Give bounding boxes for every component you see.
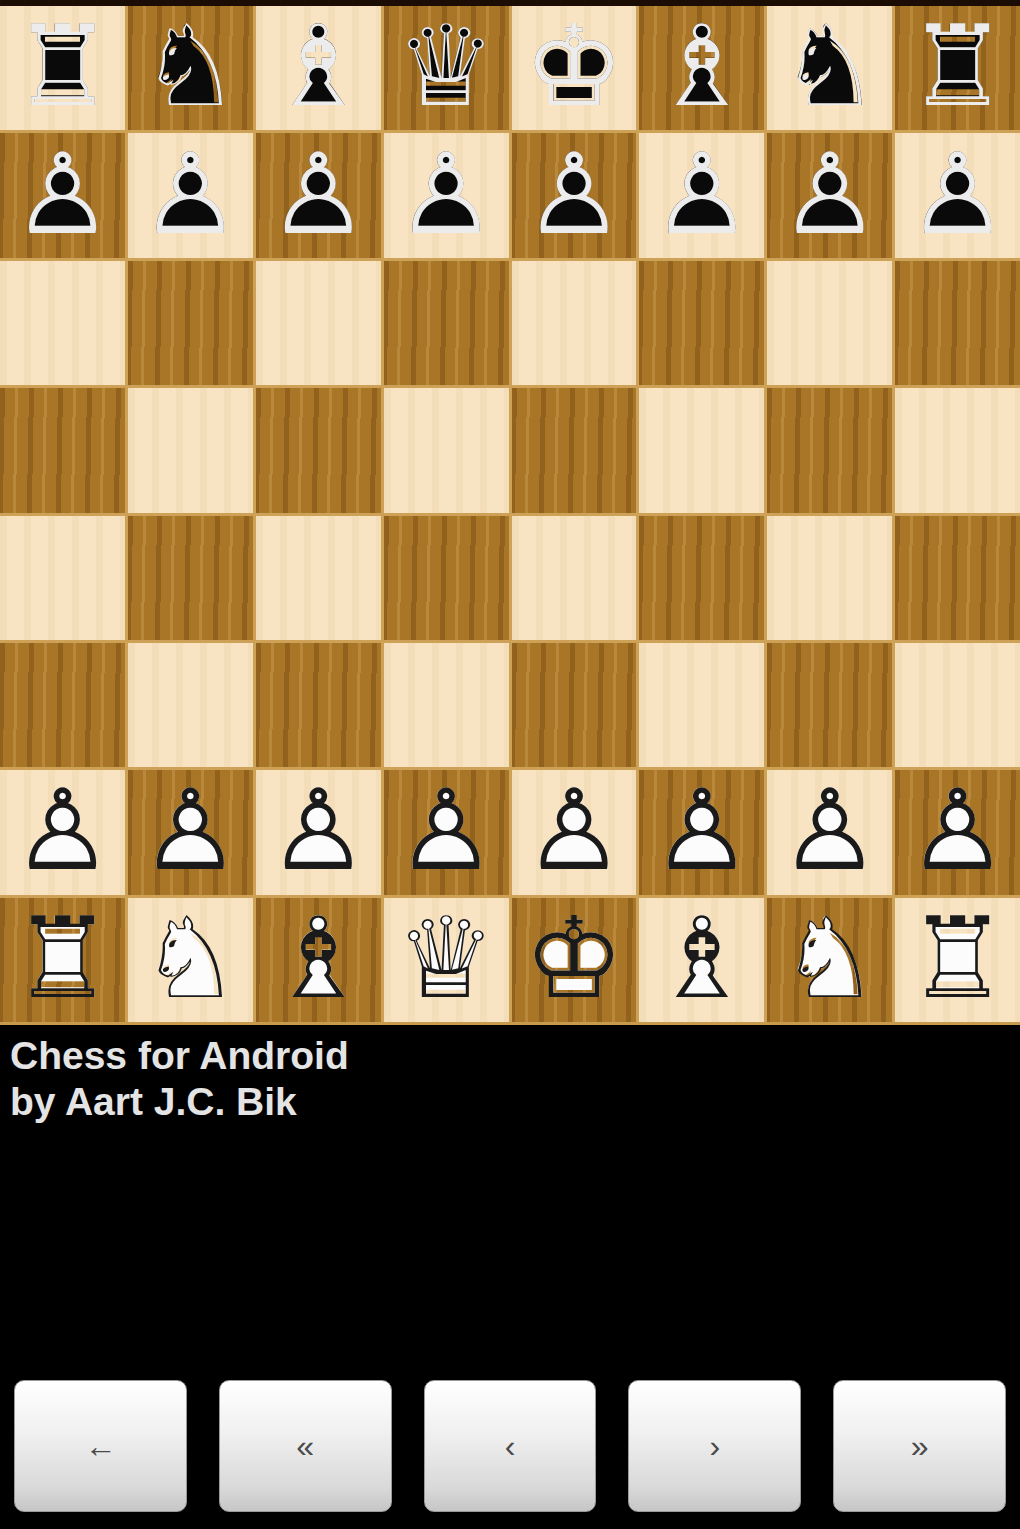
piece-glyph-outline: ♘ [128,898,253,1022]
square-a3[interactable] [0,643,125,767]
piece-white-rook: ♜♖ [895,898,1020,1022]
piece-glyph-outline: ♙ [0,133,125,257]
square-a8[interactable]: ♜♖ [0,6,125,130]
square-h1[interactable]: ♜♖ [895,898,1020,1022]
piece-white-rook: ♜♖ [0,898,125,1022]
piece-black-knight: ♞♘ [128,6,253,130]
piece-black-bishop: ♝♗ [256,6,381,130]
app-title: Chess for Android [10,1033,1020,1079]
fast-rewind-button[interactable]: « [219,1380,392,1512]
piece-glyph-outline: ♙ [384,770,509,894]
piece-black-pawn: ♟♙ [639,133,764,257]
square-b6[interactable] [128,261,253,385]
square-a7[interactable]: ♟♙ [0,133,125,257]
piece-black-bishop: ♝♗ [639,6,764,130]
piece-glyph-outline: ♙ [128,133,253,257]
square-d8[interactable]: ♛♕ [384,6,509,130]
square-g8[interactable]: ♞♘ [767,6,892,130]
square-a2[interactable]: ♟♙ [0,770,125,894]
square-e4[interactable] [512,516,637,640]
square-e2[interactable]: ♟♙ [512,770,637,894]
step-forward-button[interactable]: › [628,1380,801,1512]
square-a5[interactable] [0,388,125,512]
piece-black-pawn: ♟♙ [0,133,125,257]
square-c7[interactable]: ♟♙ [256,133,381,257]
piece-glyph-outline: ♙ [767,770,892,894]
chess-board: ♜♖♞♘♝♗♛♕♚♔♝♗♞♘♜♖♟♙♟♙♟♙♟♙♟♙♟♙♟♙♟♙♟♙♟♙♟♙♟♙… [0,6,1020,1025]
piece-black-king: ♚♔ [512,6,637,130]
square-b2[interactable]: ♟♙ [128,770,253,894]
piece-glyph-outline: ♙ [256,770,381,894]
square-h3[interactable] [895,643,1020,767]
square-h8[interactable]: ♜♖ [895,6,1020,130]
square-f6[interactable] [639,261,764,385]
square-d7[interactable]: ♟♙ [384,133,509,257]
square-e3[interactable] [512,643,637,767]
step-back-button[interactable]: ‹ [424,1380,597,1512]
square-f7[interactable]: ♟♙ [639,133,764,257]
square-f5[interactable] [639,388,764,512]
piece-white-queen: ♛♕ [384,898,509,1022]
piece-glyph-outline: ♖ [0,898,125,1022]
piece-black-rook: ♜♖ [895,6,1020,130]
piece-glyph-outline: ♗ [256,6,381,130]
square-b1[interactable]: ♞♘ [128,898,253,1022]
piece-black-pawn: ♟♙ [895,133,1020,257]
piece-glyph-outline: ♕ [384,6,509,130]
piece-white-pawn: ♟♙ [256,770,381,894]
square-h4[interactable] [895,516,1020,640]
piece-black-rook: ♜♖ [0,6,125,130]
square-d2[interactable]: ♟♙ [384,770,509,894]
square-c4[interactable] [256,516,381,640]
piece-glyph-outline: ♙ [639,133,764,257]
square-f4[interactable] [639,516,764,640]
square-e7[interactable]: ♟♙ [512,133,637,257]
square-a6[interactable] [0,261,125,385]
square-f3[interactable] [639,643,764,767]
square-d6[interactable] [384,261,509,385]
piece-glyph-outline: ♕ [384,898,509,1022]
piece-black-pawn: ♟♙ [128,133,253,257]
app-screen: ♜♖♞♘♝♗♛♕♚♔♝♗♞♘♜♖♟♙♟♙♟♙♟♙♟♙♟♙♟♙♟♙♟♙♟♙♟♙♟♙… [0,0,1020,1529]
fast-forward-button[interactable]: » [833,1380,1006,1512]
square-f1[interactable]: ♝♗ [639,898,764,1022]
piece-glyph-outline: ♘ [767,898,892,1022]
square-g5[interactable] [767,388,892,512]
square-a1[interactable]: ♜♖ [0,898,125,1022]
square-c1[interactable]: ♝♗ [256,898,381,1022]
piece-glyph-outline: ♙ [512,770,637,894]
square-b3[interactable] [128,643,253,767]
piece-glyph-outline: ♙ [0,770,125,894]
piece-glyph-outline: ♗ [256,898,381,1022]
piece-black-pawn: ♟♙ [767,133,892,257]
square-h6[interactable] [895,261,1020,385]
square-c2[interactable]: ♟♙ [256,770,381,894]
square-d3[interactable] [384,643,509,767]
piece-black-pawn: ♟♙ [512,133,637,257]
piece-glyph-outline: ♙ [384,133,509,257]
square-g1[interactable]: ♞♘ [767,898,892,1022]
square-h2[interactable]: ♟♙ [895,770,1020,894]
square-g6[interactable] [767,261,892,385]
piece-glyph-outline: ♙ [895,133,1020,257]
square-h7[interactable]: ♟♙ [895,133,1020,257]
piece-glyph-outline: ♙ [128,770,253,894]
square-g7[interactable]: ♟♙ [767,133,892,257]
piece-white-pawn: ♟♙ [384,770,509,894]
square-e1[interactable]: ♚♔ [512,898,637,1022]
square-e8[interactable]: ♚♔ [512,6,637,130]
square-a4[interactable] [0,516,125,640]
piece-glyph-outline: ♙ [895,770,1020,894]
piece-glyph-outline: ♖ [895,6,1020,130]
piece-white-knight: ♞♘ [767,898,892,1022]
app-caption: Chess for Android by Aart J.C. Bik [0,1025,1020,1125]
square-d4[interactable] [384,516,509,640]
piece-glyph-outline: ♔ [512,6,637,130]
piece-white-pawn: ♟♙ [639,770,764,894]
square-d1[interactable]: ♛♕ [384,898,509,1022]
piece-glyph-outline: ♘ [128,6,253,130]
piece-white-pawn: ♟♙ [895,770,1020,894]
square-e6[interactable] [512,261,637,385]
piece-black-pawn: ♟♙ [384,133,509,257]
app-author: by Aart J.C. Bik [10,1079,1020,1125]
square-c3[interactable] [256,643,381,767]
square-b4[interactable] [128,516,253,640]
square-h5[interactable] [895,388,1020,512]
piece-glyph-outline: ♗ [639,898,764,1022]
piece-white-pawn: ♟♙ [767,770,892,894]
piece-white-knight: ♞♘ [128,898,253,1022]
square-f8[interactable]: ♝♗ [639,6,764,130]
piece-glyph-outline: ♙ [639,770,764,894]
back-button[interactable]: ← [14,1380,187,1512]
piece-glyph-outline: ♖ [0,6,125,130]
piece-glyph-outline: ♘ [767,6,892,130]
square-g4[interactable] [767,516,892,640]
piece-black-queen: ♛♕ [384,6,509,130]
square-c5[interactable] [256,388,381,512]
piece-white-pawn: ♟♙ [128,770,253,894]
piece-glyph-outline: ♙ [256,133,381,257]
square-b7[interactable]: ♟♙ [128,133,253,257]
piece-black-pawn: ♟♙ [256,133,381,257]
piece-glyph-outline: ♖ [895,898,1020,1022]
piece-white-bishop: ♝♗ [256,898,381,1022]
square-b8[interactable]: ♞♘ [128,6,253,130]
piece-glyph-outline: ♔ [512,898,637,1022]
square-c8[interactable]: ♝♗ [256,6,381,130]
square-b5[interactable] [128,388,253,512]
piece-glyph-outline: ♗ [639,6,764,130]
piece-glyph-outline: ♙ [767,133,892,257]
piece-white-king: ♚♔ [512,898,637,1022]
square-g3[interactable] [767,643,892,767]
piece-black-knight: ♞♘ [767,6,892,130]
piece-white-bishop: ♝♗ [639,898,764,1022]
piece-white-pawn: ♟♙ [512,770,637,894]
piece-glyph-outline: ♙ [512,133,637,257]
navigation-controls: ←«‹›» [0,1380,1020,1512]
piece-white-pawn: ♟♙ [0,770,125,894]
square-d5[interactable] [384,388,509,512]
square-c6[interactable] [256,261,381,385]
square-g2[interactable]: ♟♙ [767,770,892,894]
square-f2[interactable]: ♟♙ [639,770,764,894]
square-e5[interactable] [512,388,637,512]
